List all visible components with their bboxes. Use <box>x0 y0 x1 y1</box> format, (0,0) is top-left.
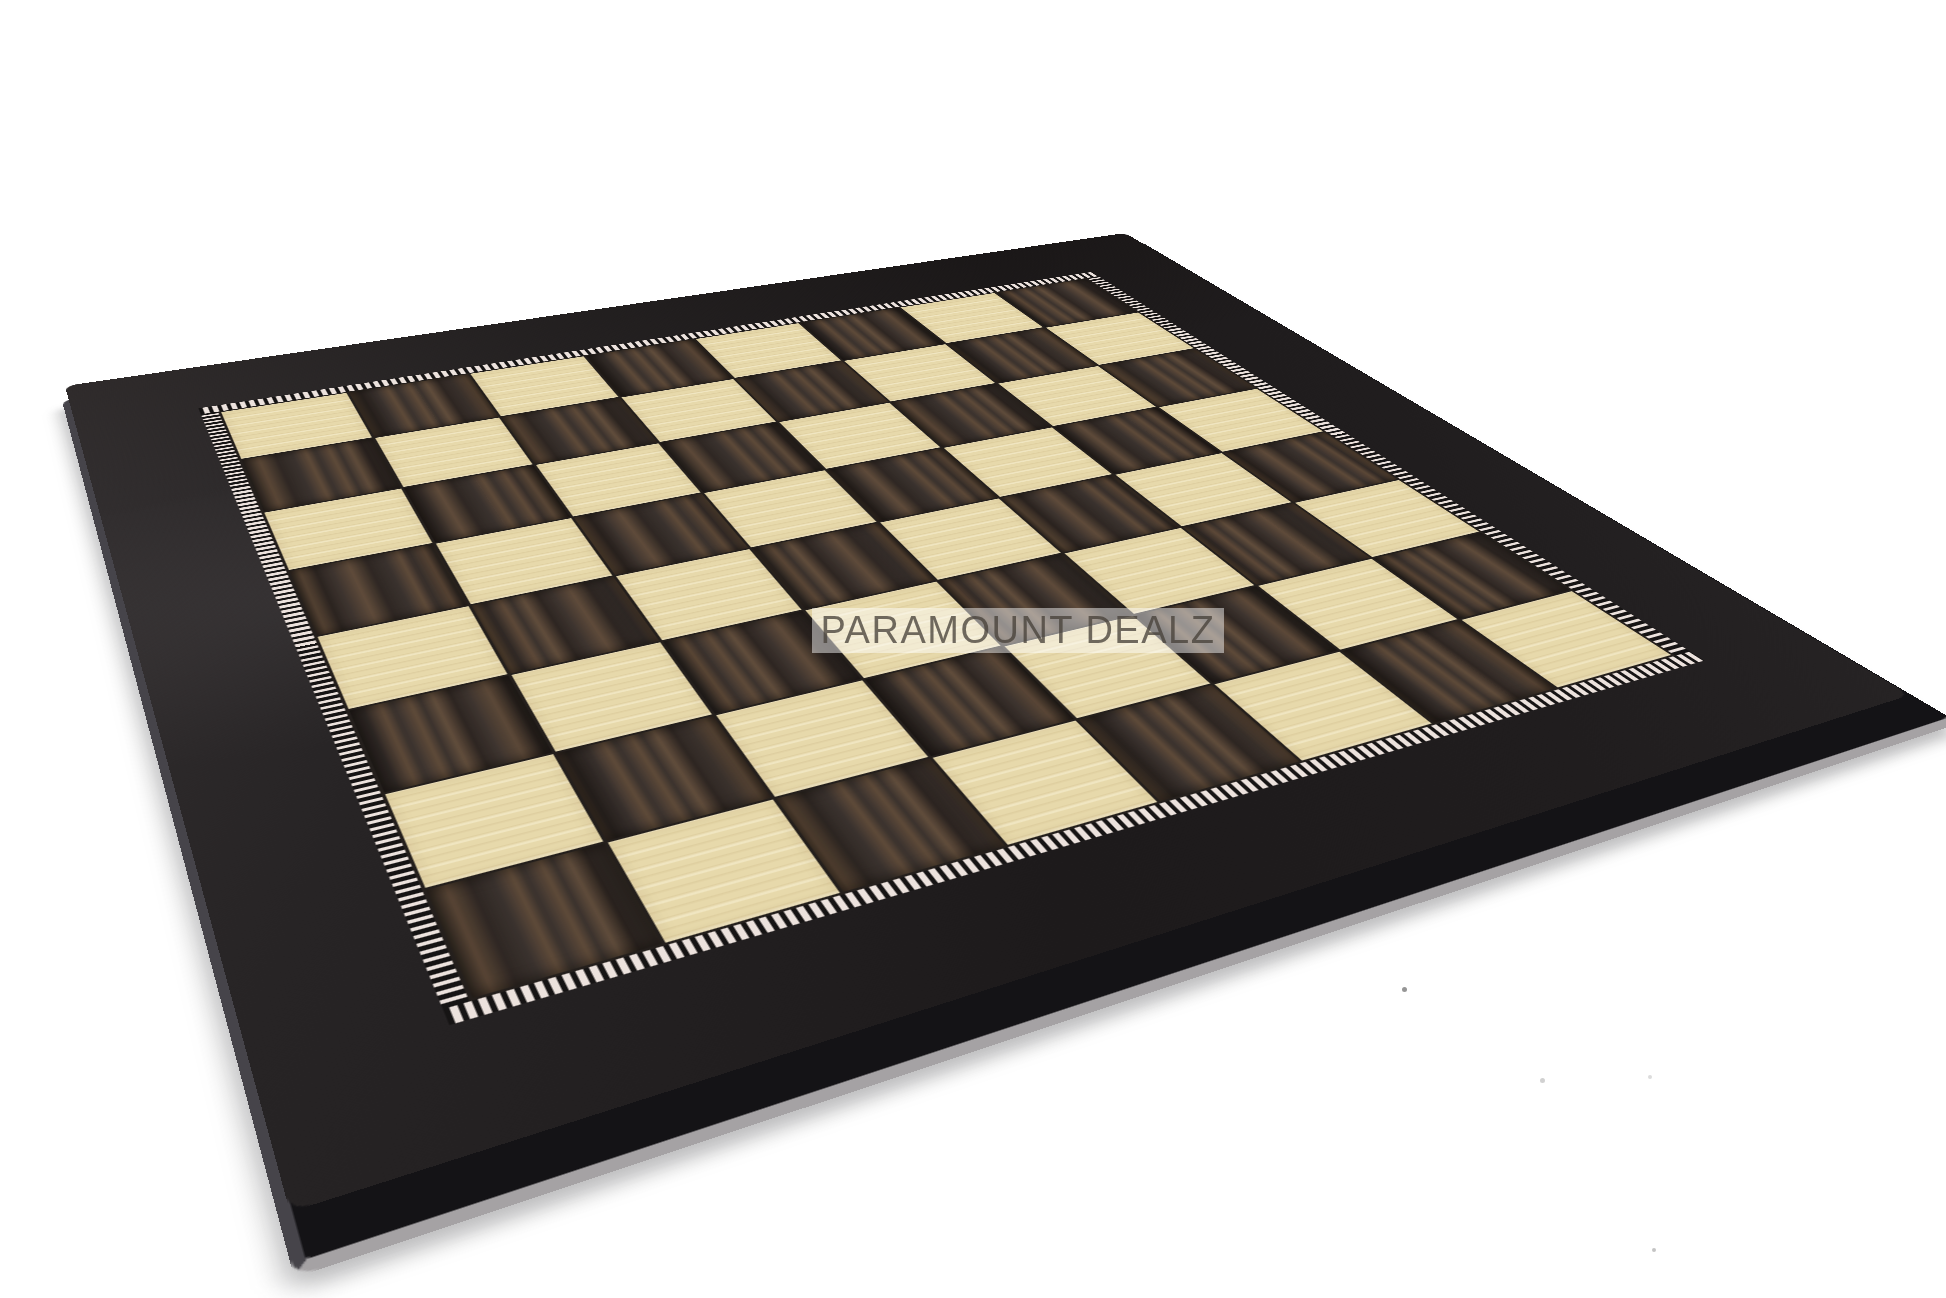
watermark-text: PARAMOUNT DEALZ <box>821 609 1216 652</box>
dust-speck <box>1402 987 1407 992</box>
dust-speck <box>1648 1075 1652 1079</box>
dust-speck <box>1652 1248 1656 1252</box>
chess-board <box>65 233 1910 1212</box>
product-photo-canvas: PARAMOUNT DEALZ <box>0 0 1946 1298</box>
dust-speck <box>1540 1078 1545 1083</box>
watermark-panel: PARAMOUNT DEALZ <box>812 608 1224 653</box>
